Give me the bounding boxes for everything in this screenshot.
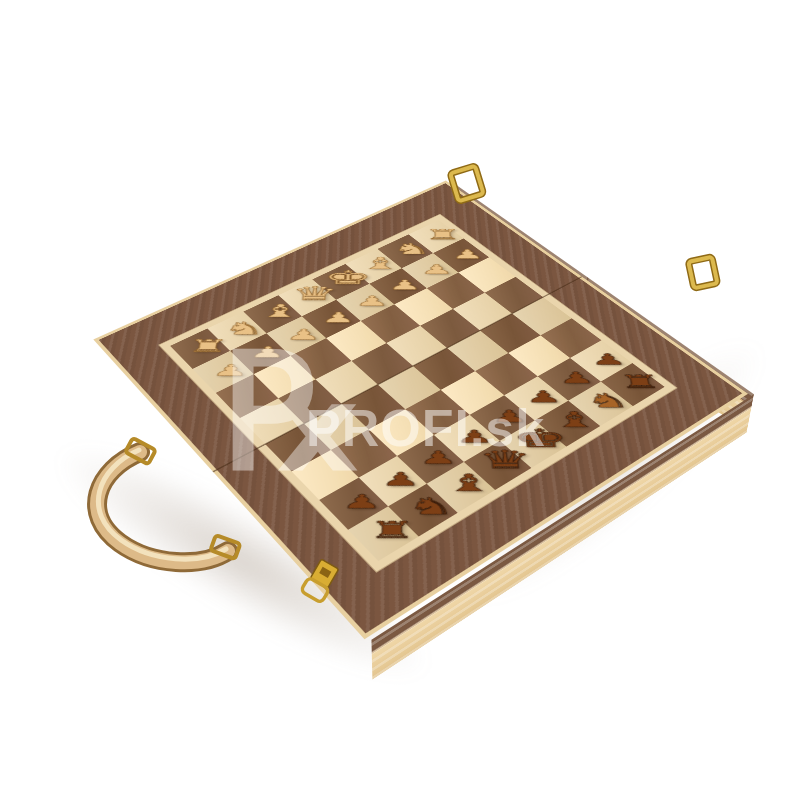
product-photo-page: { "game": "chess", "scene_description": … <box>0 0 800 800</box>
black-pawn-a7: ♟ <box>328 492 396 511</box>
square-b7 <box>359 456 427 506</box>
black-rook-a8: ♜ <box>357 518 426 541</box>
square-c8 <box>427 462 495 513</box>
square-b5 <box>304 404 369 450</box>
square-e7 <box>470 395 535 441</box>
black-queen-d8: ♛ <box>472 447 539 472</box>
square-e8 <box>500 420 567 468</box>
product-scene: ♜♞♝♛♚♝♞♜♟♟♟♟♟♟♟♟♟♟♟♟♟♟♟♟♜♞♝♛♚♝♞♜ <box>0 0 800 800</box>
black-bishop-c8: ♝ <box>435 471 502 494</box>
square-d6 <box>405 390 469 435</box>
black-pawn-d7: ♟ <box>443 428 508 445</box>
black-pawn-g7: ♟ <box>545 370 608 386</box>
square-d7 <box>434 415 500 462</box>
chess-case: ♜♞♝♛♚♝♞♜♟♟♟♟♟♟♟♟♟♟♟♟♟♟♟♟♜♞♝♛♚♝♞♜ <box>93 181 748 640</box>
black-knight-g8: ♞ <box>575 391 640 411</box>
square-c7 <box>397 435 464 484</box>
square-d8 <box>464 441 531 490</box>
square-g8 <box>568 382 633 426</box>
